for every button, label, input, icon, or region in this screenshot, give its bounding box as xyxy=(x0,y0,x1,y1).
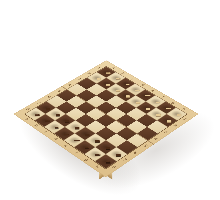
board-surface: abcdefgh abcdefgh 12345678 12345678 ♜♞♝♛… xyxy=(13,60,198,177)
square-c4[interactable] xyxy=(86,95,106,107)
photo-scene: abcdefgh abcdefgh 12345678 12345678 ♜♞♝♛… xyxy=(0,0,220,200)
squares-grid: ♜♞♝♛♚♝♞♜♟♟♟♟♟♟♟♟♟♟♟♟♟♟♟♟♜♞♝♛♚♝♞♜ xyxy=(25,67,187,169)
chess-board: abcdefgh abcdefgh 12345678 12345678 ♜♞♝♛… xyxy=(13,60,198,177)
square-h8[interactable]: ♜ xyxy=(95,154,117,168)
